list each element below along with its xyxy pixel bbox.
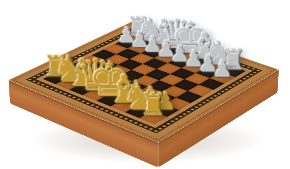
- piece-silver-pawn: ♟: [212, 57, 233, 80]
- piece-gold-rook: ♜: [139, 89, 167, 120]
- chess-set-photo: ♜♞♝♛♚♝♞♜♟♟♟♟♟♟♟♟♟♟♟♟♟♟♟♟♜♞♝♛♚♝♞♜: [0, 0, 290, 169]
